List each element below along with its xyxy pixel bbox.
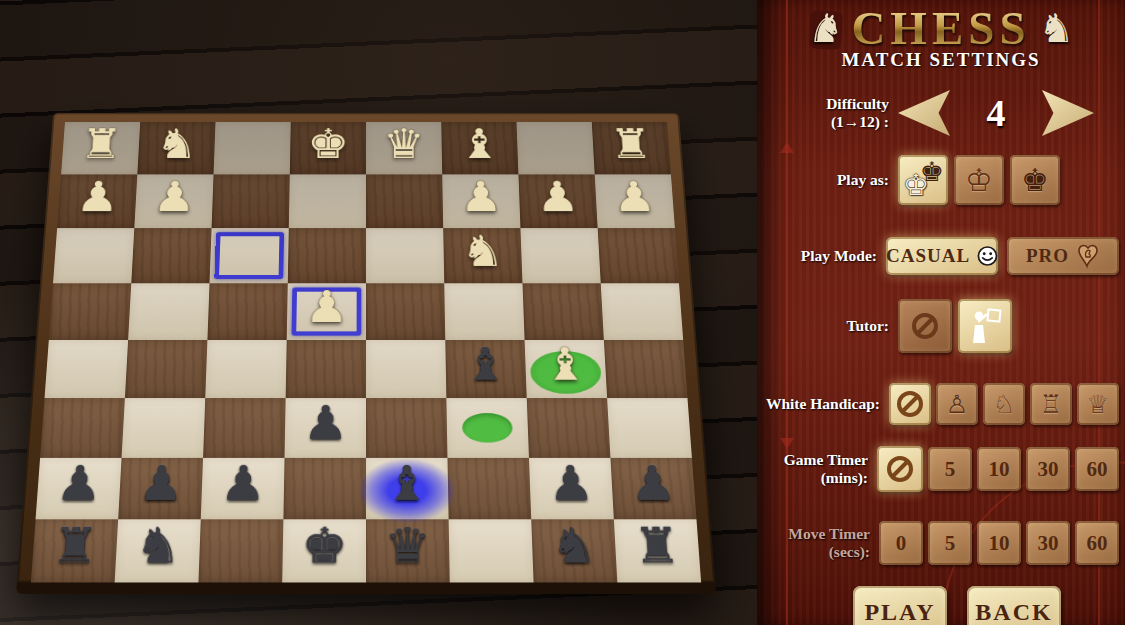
square-h6[interactable] bbox=[40, 398, 125, 458]
piece-black-king[interactable]: ♚ bbox=[282, 516, 366, 576]
piece-black-rook[interactable]: ♜ bbox=[31, 516, 118, 576]
square-d1[interactable]: ♛ bbox=[366, 122, 442, 174]
game-timer-5-button[interactable]: 5 bbox=[928, 447, 972, 491]
square-e7[interactable] bbox=[283, 458, 366, 519]
move-timer-10-button[interactable]: 10 bbox=[977, 521, 1021, 565]
square-c2[interactable]: ♟ bbox=[442, 174, 520, 228]
square-d6[interactable] bbox=[366, 398, 447, 458]
play-as-label: Play as: bbox=[765, 171, 898, 189]
square-d8[interactable]: ♛ bbox=[366, 519, 450, 582]
piece-black-pawn[interactable]: ♟ bbox=[529, 454, 614, 513]
play-button[interactable]: PLAY bbox=[853, 586, 947, 625]
square-e1[interactable]: ♚ bbox=[290, 122, 366, 174]
square-h5[interactable] bbox=[45, 340, 129, 398]
white-king-icon: ♔ bbox=[965, 165, 993, 196]
tutor-row: Tutor: bbox=[765, 296, 1119, 356]
handicap-pawn-button[interactable]: ♙ bbox=[936, 383, 978, 425]
move-timer-label: Move Timer (secs): bbox=[765, 525, 879, 562]
tutor-on-button[interactable] bbox=[958, 299, 1012, 353]
square-f3[interactable] bbox=[210, 228, 289, 283]
move-timer-30-button[interactable]: 30 bbox=[1026, 521, 1070, 565]
pro-mode-button[interactable]: PRO bbox=[1007, 237, 1119, 275]
square-f4[interactable] bbox=[207, 283, 287, 340]
piece-black-pawn[interactable]: ♟ bbox=[119, 454, 204, 513]
difficulty-row: Difficulty (1→12) : 4 bbox=[765, 84, 1119, 142]
square-g6[interactable] bbox=[122, 398, 206, 458]
square-c3[interactable]: ♞ bbox=[443, 228, 522, 283]
square-c7[interactable] bbox=[447, 458, 531, 519]
square-d7[interactable]: ♝ bbox=[366, 458, 449, 519]
title-row: ♞ CHESS ♞ bbox=[757, 4, 1125, 52]
play-mode-row: Play Mode: CASUAL PRO bbox=[765, 234, 1119, 278]
play-mode-label: Play Mode: bbox=[765, 247, 886, 265]
square-b1[interactable] bbox=[517, 122, 595, 174]
piece-white-rook[interactable]: ♜ bbox=[62, 119, 141, 169]
difficulty-increase-arrow[interactable] bbox=[1042, 90, 1094, 136]
move-timer-60-button[interactable]: 60 bbox=[1075, 521, 1119, 565]
move-timer-5-button[interactable]: 5 bbox=[928, 521, 972, 565]
square-d3[interactable] bbox=[366, 228, 444, 283]
piece-black-pawn[interactable]: ♟ bbox=[36, 454, 122, 513]
difficulty-value: 4 bbox=[960, 91, 1032, 135]
piece-black-knight[interactable]: ♞ bbox=[115, 516, 201, 576]
match-settings-panel: ♞ CHESS ♞ MATCH SETTINGS Difficulty (1→1… bbox=[757, 0, 1125, 625]
black-king-icon: ♚ bbox=[1021, 165, 1049, 196]
play-as-both-button[interactable]: ♚ ♚ bbox=[898, 155, 948, 205]
square-e6[interactable]: ♟ bbox=[285, 398, 366, 458]
square-f8[interactable] bbox=[198, 519, 283, 582]
square-e2[interactable] bbox=[289, 174, 366, 228]
page-title: MATCH SETTINGS bbox=[757, 49, 1125, 71]
piece-white-rook[interactable]: ♜ bbox=[592, 119, 671, 169]
queen-icon: ♕ bbox=[1087, 392, 1109, 417]
square-e5[interactable] bbox=[286, 340, 366, 398]
piece-white-pawn[interactable]: ♟ bbox=[595, 171, 675, 222]
square-h7[interactable]: ♟ bbox=[36, 458, 122, 519]
piece-black-pawn[interactable]: ♟ bbox=[201, 454, 285, 513]
game-timer-10-button[interactable]: 10 bbox=[977, 447, 1021, 491]
piece-white-pawn[interactable]: ♟ bbox=[58, 171, 138, 222]
piece-white-knight[interactable]: ♞ bbox=[138, 119, 216, 169]
square-f1[interactable] bbox=[214, 122, 291, 174]
piece-black-pawn[interactable]: ♟ bbox=[610, 454, 696, 513]
piece-white-pawn[interactable]: ♟ bbox=[442, 171, 520, 222]
square-d5[interactable] bbox=[366, 340, 446, 398]
game-timer-label: Game Timer (mins): bbox=[765, 451, 877, 488]
play-as-black-button[interactable]: ♚ bbox=[1010, 155, 1060, 205]
back-button[interactable]: BACK bbox=[967, 586, 1061, 625]
piece-black-bishop[interactable]: ♝ bbox=[445, 337, 526, 392]
square-f6[interactable] bbox=[203, 398, 286, 458]
piece-black-pawn[interactable]: ♟ bbox=[285, 395, 366, 452]
square-a2[interactable]: ♟ bbox=[595, 174, 675, 228]
square-b8[interactable]: ♞ bbox=[531, 519, 617, 582]
square-h8[interactable]: ♜ bbox=[31, 519, 118, 582]
piece-white-pawn[interactable]: ♟ bbox=[518, 171, 597, 222]
square-b2[interactable]: ♟ bbox=[518, 174, 597, 228]
chess-board-3d-wrap: ♜♞♚♛♝♜♟♟♟♟♟♞♟♝♝♟♟♟♟♝♟♟♜♞♚♛♞♜ bbox=[16, 113, 716, 594]
piece-black-bishop[interactable]: ♝ bbox=[366, 454, 448, 513]
no-symbol-icon bbox=[911, 312, 939, 340]
square-d2[interactable] bbox=[366, 174, 443, 228]
game-timer-30-button[interactable]: 30 bbox=[1026, 447, 1070, 491]
tutor-off-button[interactable] bbox=[898, 299, 952, 353]
game-timer-row: Game Timer (mins): 5 10 30 60 bbox=[765, 442, 1119, 496]
piece-black-knight[interactable]: ♞ bbox=[531, 516, 617, 576]
difficulty-label: Difficulty (1→12) : bbox=[765, 95, 898, 132]
pro-hand-icon bbox=[1076, 243, 1100, 269]
piece-white-pawn[interactable]: ♟ bbox=[135, 171, 214, 222]
handicap-rook-button[interactable]: ♖ bbox=[1030, 383, 1072, 425]
square-b3[interactable] bbox=[520, 228, 600, 283]
rook-icon: ♖ bbox=[1040, 392, 1062, 417]
play-as-row: Play as: ♚ ♚ ♔ ♚ bbox=[765, 152, 1119, 208]
teacher-icon bbox=[967, 307, 1003, 345]
square-a5[interactable] bbox=[604, 340, 688, 398]
tutor-label: Tutor: bbox=[765, 317, 898, 335]
handicap-knight-button[interactable]: ♘ bbox=[983, 383, 1025, 425]
square-b5[interactable]: ♝ bbox=[525, 340, 608, 398]
square-a6[interactable] bbox=[607, 398, 692, 458]
knight-icon-right: ♞ bbox=[1039, 5, 1075, 51]
square-f7[interactable]: ♟ bbox=[201, 458, 285, 519]
square-h2[interactable]: ♟ bbox=[57, 174, 137, 228]
square-c8[interactable] bbox=[449, 519, 534, 582]
square-h1[interactable]: ♜ bbox=[61, 122, 140, 174]
app-title: CHESS bbox=[851, 4, 1030, 52]
smiley-icon bbox=[977, 245, 998, 267]
square-a4[interactable] bbox=[601, 283, 683, 340]
square-b7[interactable]: ♟ bbox=[529, 458, 614, 519]
square-g1[interactable]: ♞ bbox=[137, 122, 215, 174]
white-handicap-label: White Handicap: bbox=[765, 395, 889, 413]
square-g8[interactable]: ♞ bbox=[115, 519, 201, 582]
play-as-white-button[interactable]: ♔ bbox=[954, 155, 1004, 205]
square-b4[interactable] bbox=[522, 283, 603, 340]
piece-white-bishop[interactable]: ♝ bbox=[524, 337, 606, 392]
piece-white-bishop[interactable]: ♝ bbox=[441, 119, 518, 169]
piece-white-pawn[interactable]: ♟ bbox=[287, 280, 366, 334]
square-c5[interactable]: ♝ bbox=[445, 340, 526, 398]
game-timer-60-button[interactable]: 60 bbox=[1075, 447, 1119, 491]
square-d4[interactable] bbox=[366, 283, 445, 340]
game-timer-none-button[interactable] bbox=[877, 446, 923, 492]
square-h4[interactable] bbox=[49, 283, 131, 340]
handicap-queen-button[interactable]: ♕ bbox=[1077, 383, 1119, 425]
square-c4[interactable] bbox=[444, 283, 524, 340]
square-g5[interactable] bbox=[125, 340, 208, 398]
move-timer-0-button[interactable]: 0 bbox=[879, 521, 923, 565]
piece-white-queen[interactable]: ♛ bbox=[366, 119, 442, 169]
piece-white-king[interactable]: ♚ bbox=[290, 119, 366, 169]
square-e8[interactable]: ♚ bbox=[282, 519, 366, 582]
no-symbol-icon bbox=[886, 455, 914, 483]
square-c1[interactable]: ♝ bbox=[441, 122, 518, 174]
piece-black-rook[interactable]: ♜ bbox=[614, 516, 701, 576]
no-symbol-icon bbox=[896, 390, 924, 418]
pawn-icon: ♙ bbox=[946, 392, 968, 417]
knight-icon-left: ♞ bbox=[808, 5, 844, 51]
square-g3[interactable] bbox=[131, 228, 211, 283]
square-g4[interactable] bbox=[128, 283, 209, 340]
chess-board: ♜♞♚♛♝♜♟♟♟♟♟♞♟♝♝♟♟♟♟♝♟♟♜♞♚♛♞♜ bbox=[31, 122, 701, 582]
square-g2[interactable]: ♟ bbox=[134, 174, 213, 228]
square-a7[interactable]: ♟ bbox=[610, 458, 696, 519]
square-h3[interactable] bbox=[53, 228, 134, 283]
play-back-row: PLAY BACK bbox=[765, 586, 1119, 625]
square-f2[interactable] bbox=[212, 174, 290, 228]
white-handicap-row: White Handicap: ♙ ♘ ♖ ♕ bbox=[765, 380, 1119, 428]
difficulty-decrease-arrow[interactable] bbox=[898, 90, 950, 136]
square-e4[interactable]: ♟ bbox=[287, 283, 366, 340]
square-a1[interactable]: ♜ bbox=[592, 122, 671, 174]
square-a8[interactable]: ♜ bbox=[614, 519, 701, 582]
square-f5[interactable] bbox=[205, 340, 286, 398]
both-kings-icon: ♚ ♚ bbox=[903, 160, 943, 200]
piece-black-queen[interactable]: ♛ bbox=[366, 516, 450, 576]
square-a3[interactable] bbox=[598, 228, 679, 283]
handicap-none-button[interactable] bbox=[889, 383, 931, 425]
square-g7[interactable]: ♟ bbox=[118, 458, 203, 519]
knight-icon: ♘ bbox=[993, 392, 1015, 417]
casual-mode-button[interactable]: CASUAL bbox=[886, 237, 998, 275]
piece-white-knight[interactable]: ♞ bbox=[443, 225, 522, 278]
move-timer-row: Move Timer (secs): 0 5 10 30 60 bbox=[765, 518, 1119, 568]
square-c6[interactable] bbox=[446, 398, 529, 458]
square-e3[interactable] bbox=[288, 228, 366, 283]
square-b6[interactable] bbox=[527, 398, 611, 458]
